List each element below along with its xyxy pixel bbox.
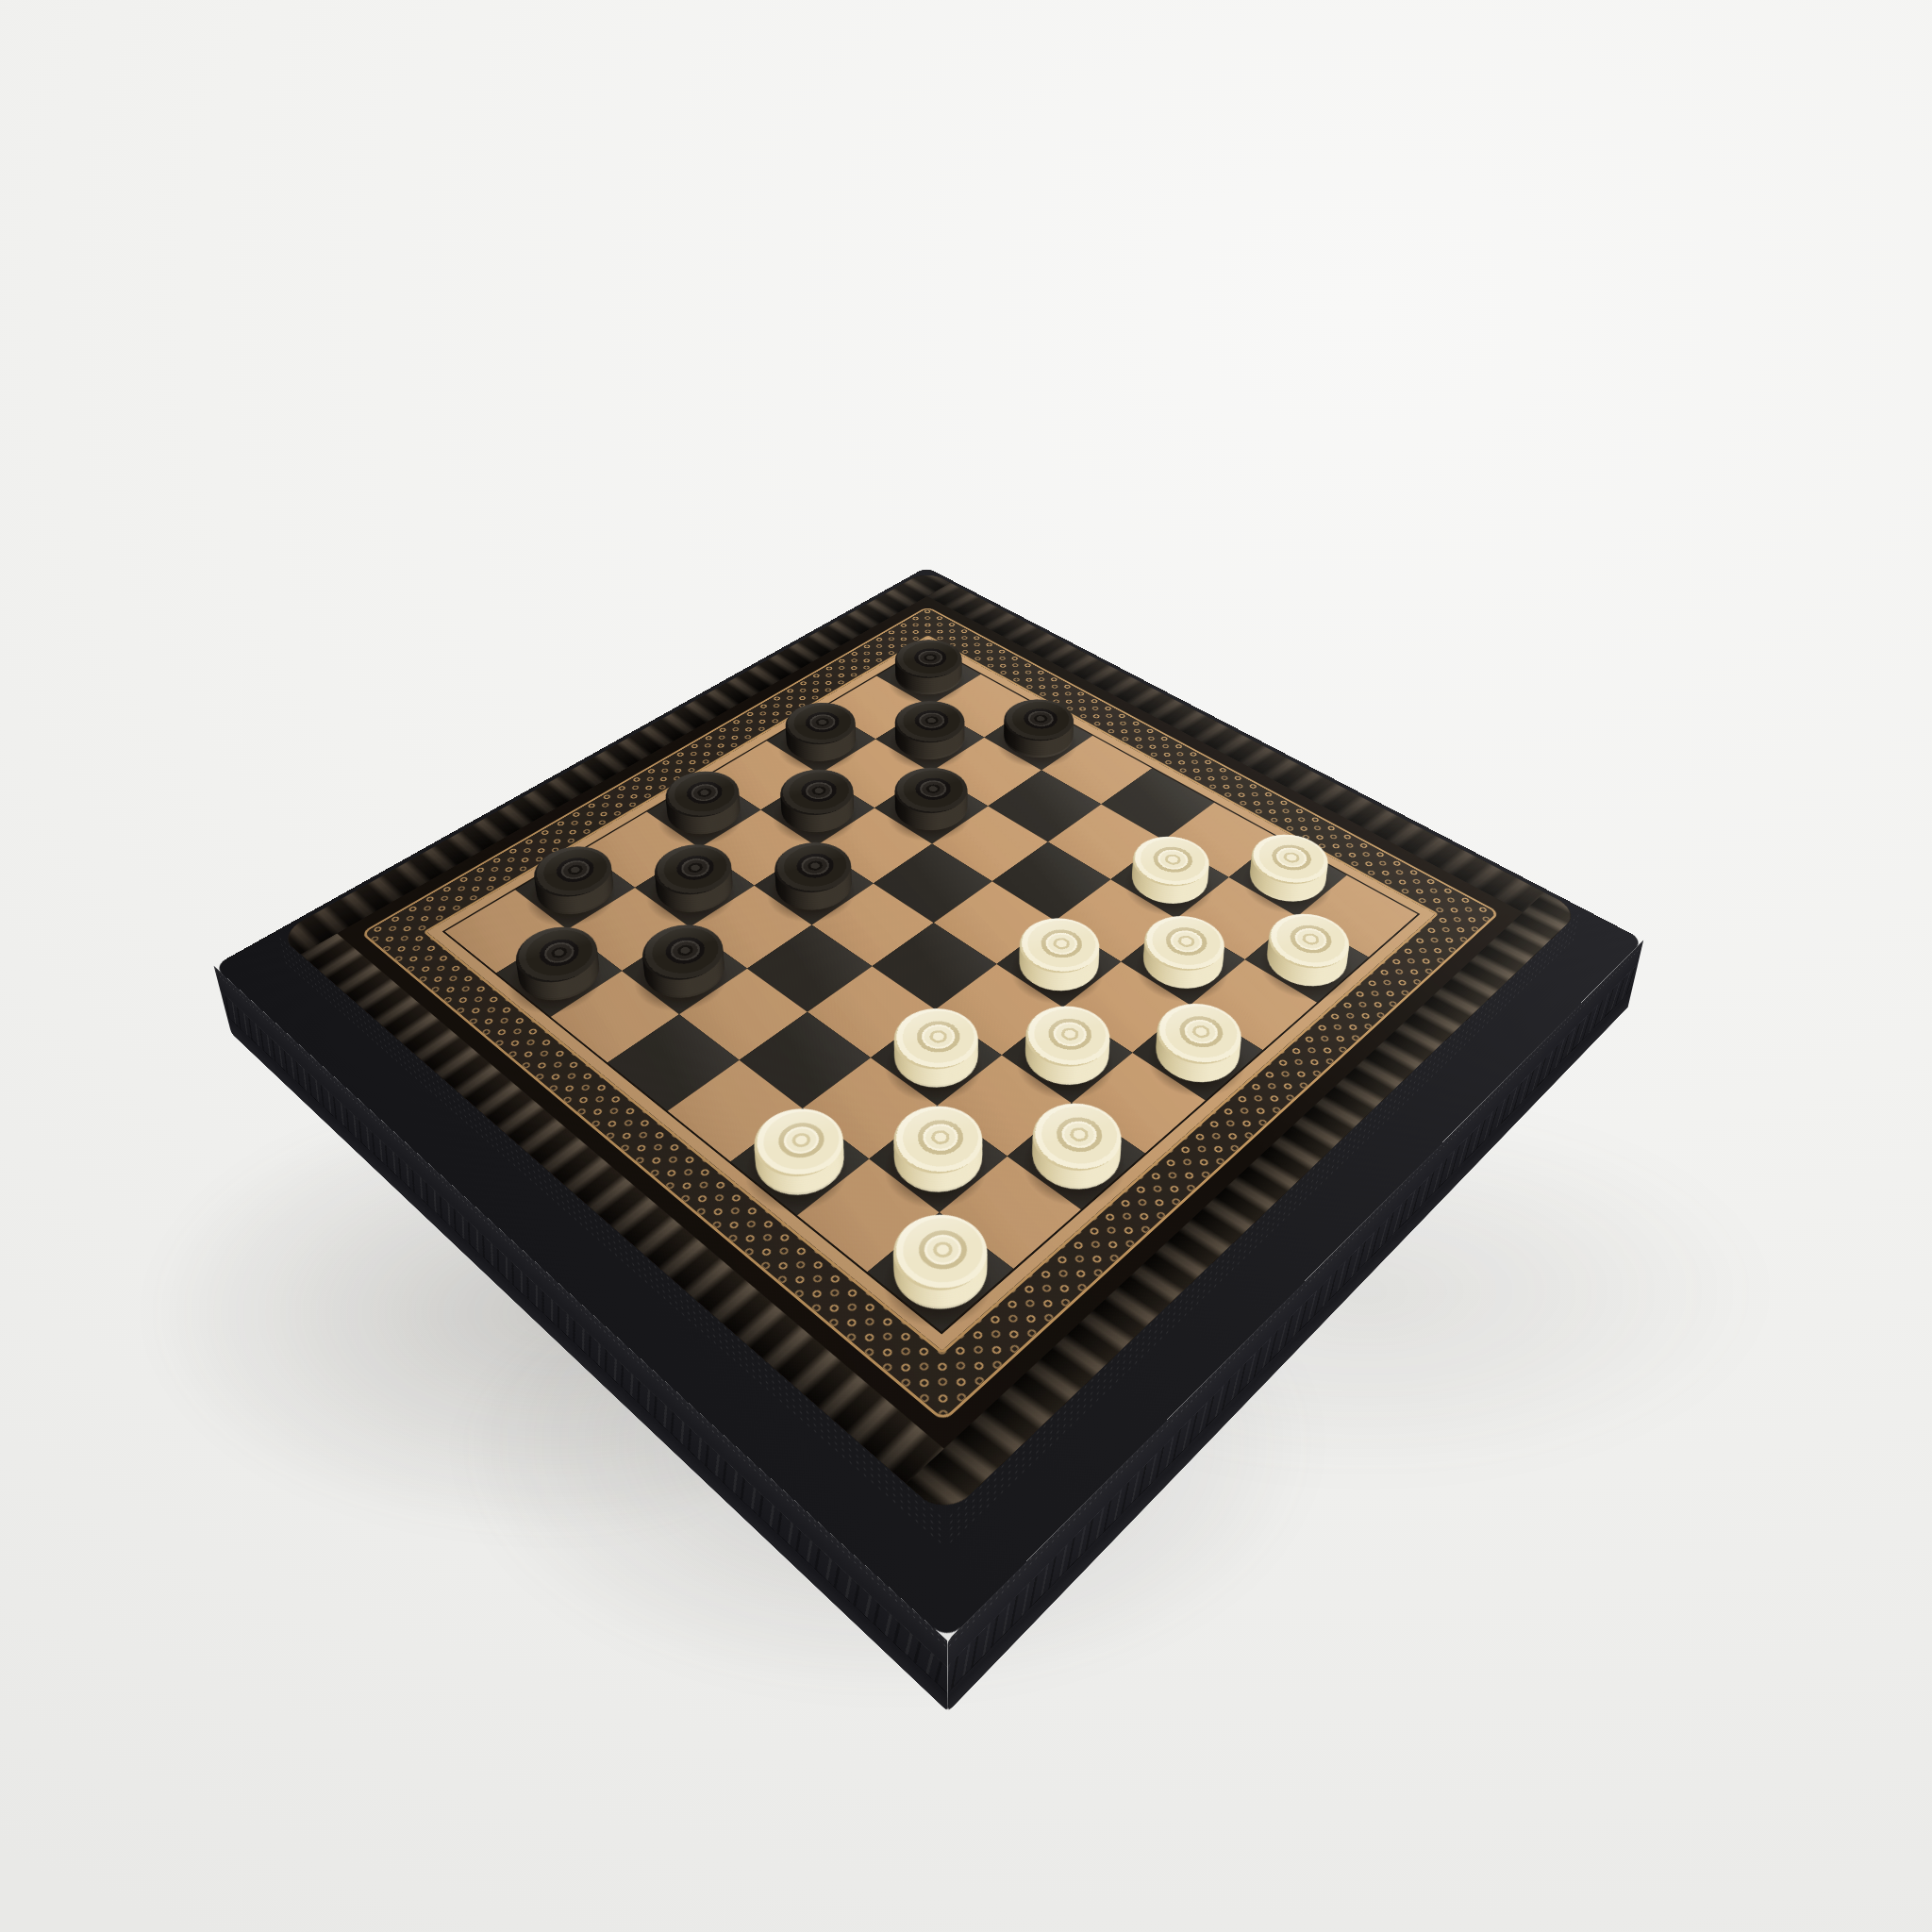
game-box: ⛂⛂⛀⛂⛀⛀⛂⛂⛀⛂⛀⛀⛂⛂⛀⛂⛀⛀⛂⛂⛀⛂⛀⛀ — [214, 567, 1644, 1641]
board-plate: ⛂⛂⛀⛂⛀⛀⛂⛂⛀⛂⛀⛀⛂⛂⛀⛂⛀⛀⛂⛂⛀⛂⛀⛀ — [285, 597, 1574, 1550]
checker-white-4[interactable]: ⛀ — [1127, 923, 1239, 1000]
board-surface: ⛂⛂⛀⛂⛀⛀⛂⛂⛀⛂⛀⛀⛂⛂⛀⛂⛀⛀⛂⛂⛀⛂⛀⛀ — [278, 571, 1581, 1519]
checker-black-12[interactable]: ⛂ — [503, 934, 615, 1012]
board-stage: ⛂⛂⛀⛂⛀⛀⛂⛂⛀⛂⛀⛀⛂⛂⛀⛂⛀⛀⛂⛂⛀⛂⛀⛀ — [0, 0, 1932, 1932]
